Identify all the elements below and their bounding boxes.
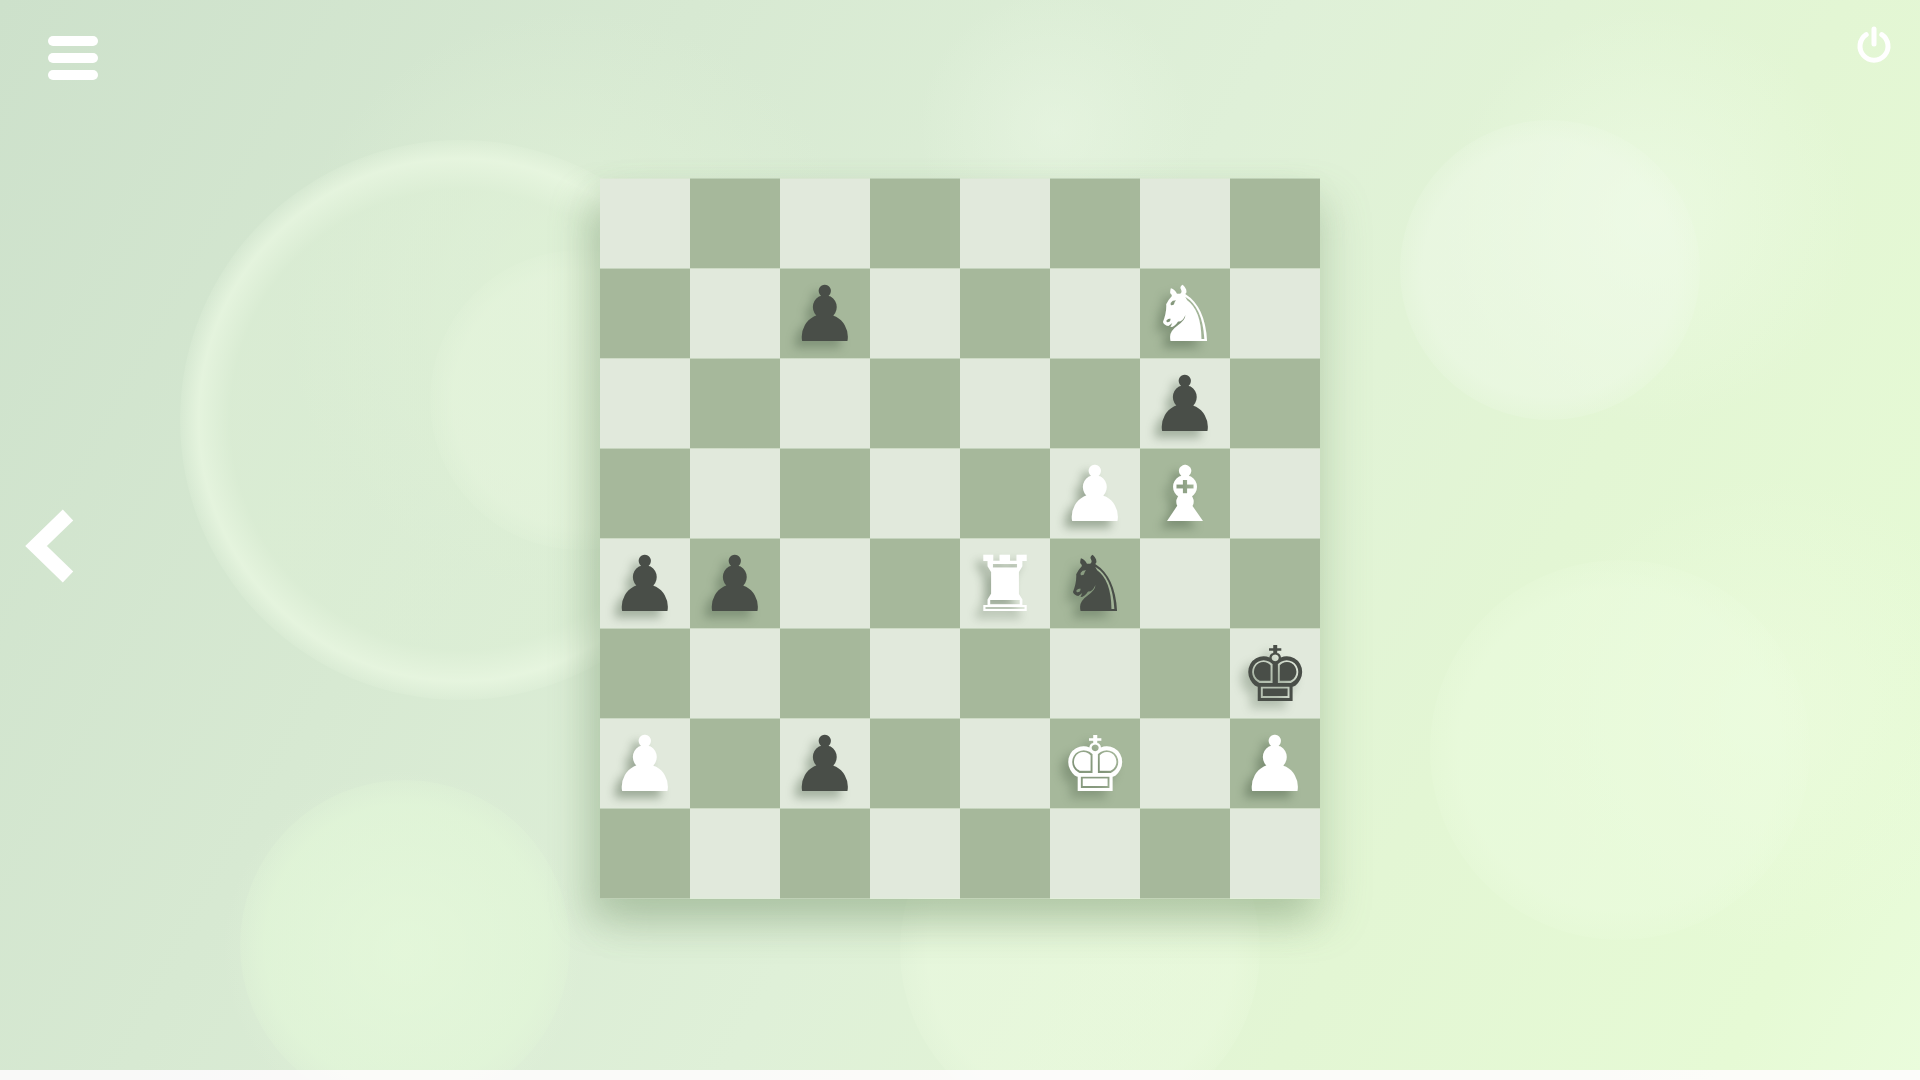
square-g5[interactable]: ♝	[1140, 449, 1230, 539]
square-g6[interactable]: ♟	[1140, 359, 1230, 449]
bokeh-circle	[1430, 560, 1810, 940]
square-a8[interactable]	[600, 179, 690, 269]
square-f8[interactable]	[1050, 179, 1140, 269]
square-e2[interactable]	[960, 719, 1050, 809]
square-a2[interactable]: ♟	[600, 719, 690, 809]
square-b2[interactable]	[690, 719, 780, 809]
white-knight-g7[interactable]: ♞	[1140, 269, 1230, 359]
square-d8[interactable]	[870, 179, 960, 269]
square-h7[interactable]	[1230, 269, 1320, 359]
chevron-left-icon	[22, 508, 80, 584]
square-d5[interactable]	[870, 449, 960, 539]
square-g2[interactable]	[1140, 719, 1230, 809]
square-a4[interactable]: ♟	[600, 539, 690, 629]
black-pawn-g6[interactable]: ♟	[1140, 359, 1230, 449]
square-c4[interactable]	[780, 539, 870, 629]
square-c6[interactable]	[780, 359, 870, 449]
chess-board: ♟♞♟♟♝♟♟♜♞♚♟♟♚♟	[600, 179, 1320, 899]
square-f1[interactable]	[1050, 809, 1140, 899]
square-e4[interactable]: ♜	[960, 539, 1050, 629]
black-pawn-a4[interactable]: ♟	[600, 539, 690, 629]
square-e1[interactable]	[960, 809, 1050, 899]
square-f5[interactable]: ♟	[1050, 449, 1140, 539]
square-b6[interactable]	[690, 359, 780, 449]
square-d4[interactable]	[870, 539, 960, 629]
bokeh-circle	[240, 780, 570, 1080]
bokeh-circle	[1400, 120, 1700, 420]
square-e6[interactable]	[960, 359, 1050, 449]
square-c7[interactable]: ♟	[780, 269, 870, 359]
power-button[interactable]	[1854, 26, 1894, 66]
square-d2[interactable]	[870, 719, 960, 809]
white-pawn-f5[interactable]: ♟	[1050, 449, 1140, 539]
square-h2[interactable]: ♟	[1230, 719, 1320, 809]
white-king-f2[interactable]: ♚	[1050, 719, 1140, 809]
square-a7[interactable]	[600, 269, 690, 359]
square-e3[interactable]	[960, 629, 1050, 719]
back-button[interactable]	[22, 508, 80, 584]
black-pawn-c7[interactable]: ♟	[780, 269, 870, 359]
square-b7[interactable]	[690, 269, 780, 359]
hamburger-icon	[48, 53, 98, 63]
square-b8[interactable]	[690, 179, 780, 269]
square-c5[interactable]	[780, 449, 870, 539]
square-h3[interactable]: ♚	[1230, 629, 1320, 719]
square-h1[interactable]	[1230, 809, 1320, 899]
black-pawn-b4[interactable]: ♟	[690, 539, 780, 629]
white-rook-e4[interactable]: ♜	[960, 539, 1050, 629]
square-g7[interactable]: ♞	[1140, 269, 1230, 359]
white-bishop-g5[interactable]: ♝	[1140, 449, 1230, 539]
square-a3[interactable]	[600, 629, 690, 719]
square-d6[interactable]	[870, 359, 960, 449]
square-f3[interactable]	[1050, 629, 1140, 719]
square-b3[interactable]	[690, 629, 780, 719]
square-d1[interactable]	[870, 809, 960, 899]
bottom-glow	[0, 1070, 1920, 1080]
square-f2[interactable]: ♚	[1050, 719, 1140, 809]
white-pawn-a2[interactable]: ♟	[600, 719, 690, 809]
square-g3[interactable]	[1140, 629, 1230, 719]
square-f6[interactable]	[1050, 359, 1140, 449]
square-c1[interactable]	[780, 809, 870, 899]
square-e5[interactable]	[960, 449, 1050, 539]
square-e7[interactable]	[960, 269, 1050, 359]
white-pawn-h2[interactable]: ♟	[1230, 719, 1320, 809]
menu-button[interactable]	[48, 36, 98, 80]
black-king-h3[interactable]: ♚	[1230, 629, 1320, 719]
square-b4[interactable]: ♟	[690, 539, 780, 629]
square-d7[interactable]	[870, 269, 960, 359]
square-g1[interactable]	[1140, 809, 1230, 899]
power-icon	[1854, 26, 1894, 66]
square-b1[interactable]	[690, 809, 780, 899]
square-b5[interactable]	[690, 449, 780, 539]
square-c2[interactable]: ♟	[780, 719, 870, 809]
square-g8[interactable]	[1140, 179, 1230, 269]
square-h8[interactable]	[1230, 179, 1320, 269]
square-c8[interactable]	[780, 179, 870, 269]
square-a6[interactable]	[600, 359, 690, 449]
square-a1[interactable]	[600, 809, 690, 899]
hamburger-icon	[48, 36, 98, 46]
square-d3[interactable]	[870, 629, 960, 719]
square-c3[interactable]	[780, 629, 870, 719]
square-f7[interactable]	[1050, 269, 1140, 359]
square-h6[interactable]	[1230, 359, 1320, 449]
square-h5[interactable]	[1230, 449, 1320, 539]
square-f4[interactable]: ♞	[1050, 539, 1140, 629]
black-pawn-c2[interactable]: ♟	[780, 719, 870, 809]
square-h4[interactable]	[1230, 539, 1320, 629]
square-g4[interactable]	[1140, 539, 1230, 629]
black-knight-f4[interactable]: ♞	[1050, 539, 1140, 629]
square-a5[interactable]	[600, 449, 690, 539]
hamburger-icon	[48, 70, 98, 80]
square-e8[interactable]	[960, 179, 1050, 269]
